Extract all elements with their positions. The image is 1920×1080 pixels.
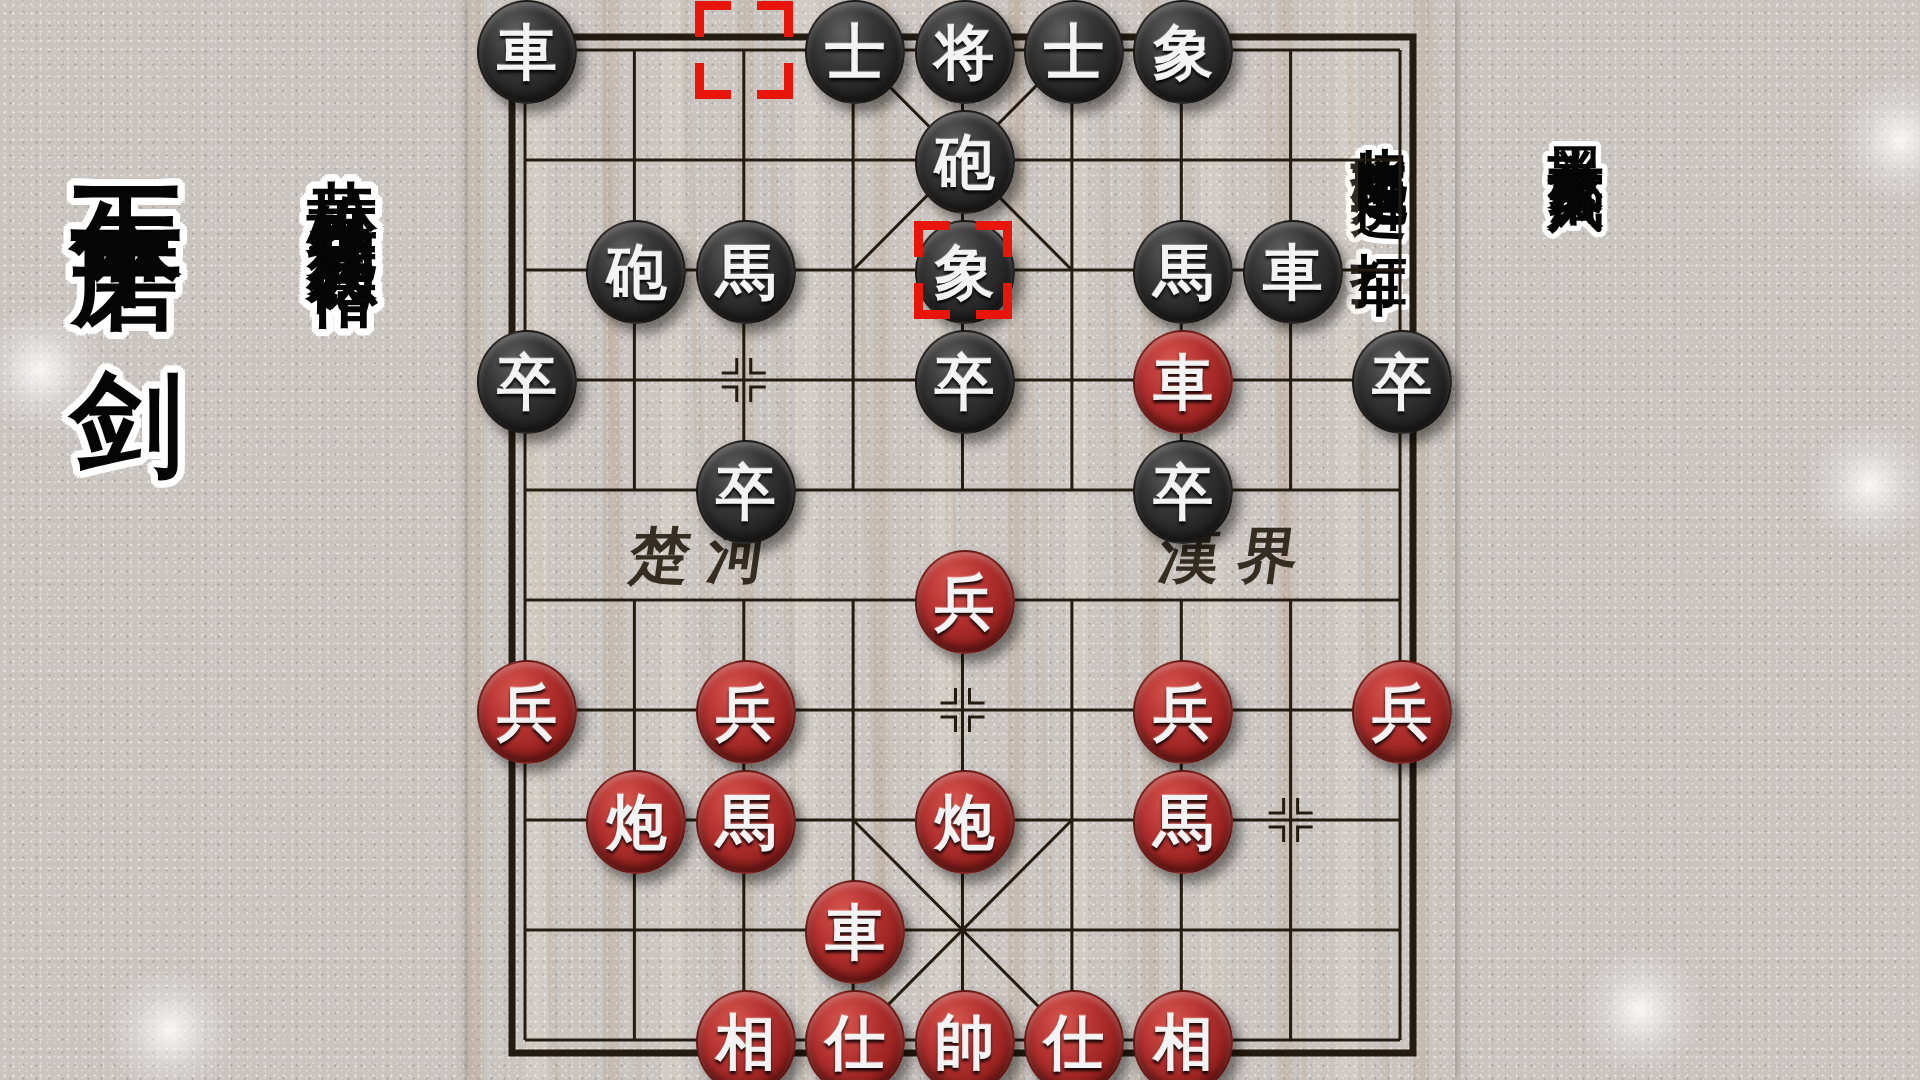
- piece-black-soldier[interactable]: 卒: [1133, 440, 1233, 544]
- piece-glyph: 卒: [935, 352, 995, 412]
- xiangqi-board: 楚河 漢界 車士将士象砲砲馬象馬車卒卒卒卒卒車兵兵兵兵兵炮馬炮馬車相仕帥仕相: [468, 0, 1455, 1080]
- piece-red-soldier[interactable]: 兵: [1133, 660, 1233, 764]
- piece-black-soldier[interactable]: 卒: [477, 330, 577, 434]
- piece-red-soldier[interactable]: 兵: [1352, 660, 1452, 764]
- glitter-sparkle: [100, 960, 240, 1080]
- piece-glyph: 卒: [716, 462, 776, 522]
- piece-glyph: 炮: [606, 792, 666, 852]
- piece-glyph: 兵: [935, 572, 995, 632]
- piece-red-cannon[interactable]: 炮: [915, 770, 1015, 874]
- piece-red-elephant[interactable]: 相: [1133, 990, 1233, 1080]
- piece-red-chariot[interactable]: 車: [805, 880, 905, 984]
- page-title: 十年磨一 剑: [52, 96, 203, 292]
- players-caption: 黄松轩先和周德裕: [296, 124, 390, 212]
- piece-black-horse[interactable]: 馬: [1133, 220, 1233, 324]
- piece-glyph: 炮: [935, 792, 995, 852]
- piece-layer: 車士将士象砲砲馬象馬車卒卒卒卒卒車兵兵兵兵兵炮馬炮馬車相仕帥仕相: [468, 0, 1455, 1080]
- piece-black-chariot[interactable]: 車: [477, 0, 577, 104]
- last-move-marker: [695, 1, 793, 99]
- screenshot-stage: 十年磨一 剑 黄松轩先和周德裕 黑方飞象落入下风， 此招应改走炮二进一 打车 楚…: [0, 0, 1920, 1080]
- glitter-sparkle: [1800, 415, 1920, 555]
- glitter-sparkle: [0, 300, 110, 440]
- annotation-line-1: 黑方飞象落入下风，: [1543, 102, 1609, 374]
- piece-black-soldier[interactable]: 卒: [1352, 330, 1452, 434]
- piece-glyph: 車: [1153, 352, 1213, 412]
- piece-black-cannon[interactable]: 砲: [586, 220, 686, 324]
- piece-red-soldier[interactable]: 兵: [696, 660, 796, 764]
- piece-black-soldier[interactable]: 卒: [696, 440, 796, 544]
- piece-red-advisor[interactable]: 仕: [1024, 990, 1124, 1080]
- piece-black-soldier[interactable]: 卒: [915, 330, 1015, 434]
- piece-glyph: 車: [825, 902, 885, 962]
- piece-red-general[interactable]: 帥: [915, 990, 1015, 1080]
- piece-glyph: 兵: [1372, 682, 1432, 742]
- piece-red-horse[interactable]: 馬: [1133, 770, 1233, 874]
- piece-glyph: 兵: [497, 682, 557, 742]
- piece-black-cannon[interactable]: 砲: [915, 110, 1015, 214]
- piece-glyph: 馬: [1153, 792, 1213, 852]
- piece-glyph: 帥: [935, 1012, 995, 1072]
- piece-glyph: 卒: [1153, 462, 1213, 522]
- piece-glyph: 仕: [825, 1012, 885, 1072]
- piece-glyph: 相: [716, 1012, 776, 1072]
- glitter-sparkle: [1570, 940, 1710, 1080]
- piece-red-advisor[interactable]: 仕: [805, 990, 905, 1080]
- piece-glyph: 兵: [716, 682, 776, 742]
- piece-glyph: 馬: [716, 792, 776, 852]
- piece-black-elephant[interactable]: 象: [1133, 0, 1233, 104]
- piece-glyph: 相: [1153, 1012, 1213, 1072]
- piece-glyph: 士: [825, 22, 885, 82]
- piece-black-advisor[interactable]: 士: [805, 0, 905, 104]
- piece-glyph: 士: [1044, 22, 1104, 82]
- piece-black-advisor[interactable]: 士: [1024, 0, 1124, 104]
- piece-glyph: 馬: [1153, 242, 1213, 302]
- piece-glyph: 砲: [935, 132, 995, 192]
- piece-red-horse[interactable]: 馬: [696, 770, 796, 874]
- piece-black-horse[interactable]: 馬: [696, 220, 796, 324]
- piece-glyph: 象: [935, 242, 995, 302]
- piece-red-soldier[interactable]: 兵: [477, 660, 577, 764]
- piece-black-general[interactable]: 将: [915, 0, 1015, 104]
- piece-black-chariot[interactable]: 車: [1243, 220, 1343, 324]
- piece-glyph: 卒: [497, 352, 557, 412]
- piece-glyph: 象: [1153, 22, 1213, 82]
- piece-red-soldier[interactable]: 兵: [915, 550, 1015, 654]
- piece-red-chariot[interactable]: 車: [1133, 330, 1233, 434]
- piece-red-elephant[interactable]: 相: [696, 990, 796, 1080]
- piece-glyph: 砲: [606, 242, 666, 302]
- glitter-sparkle: [1830, 70, 1920, 210]
- piece-glyph: 馬: [716, 242, 776, 302]
- piece-glyph: 卒: [1372, 352, 1432, 412]
- piece-glyph: 車: [1263, 242, 1323, 302]
- piece-glyph: 車: [497, 22, 557, 82]
- piece-glyph: 兵: [1153, 682, 1213, 742]
- piece-black-elephant[interactable]: 象: [915, 220, 1015, 324]
- piece-glyph: 仕: [1044, 1012, 1104, 1072]
- piece-glyph: 将: [935, 22, 995, 82]
- piece-red-cannon[interactable]: 炮: [586, 770, 686, 874]
